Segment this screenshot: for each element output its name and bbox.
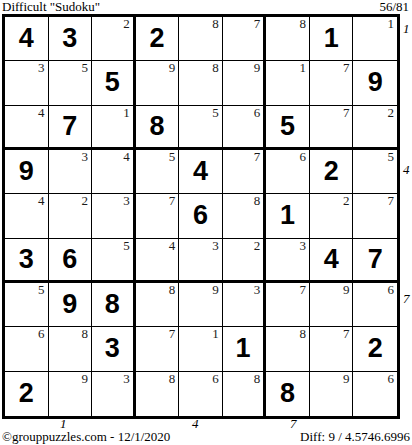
cell-r9c2[interactable]: 9	[49, 372, 93, 416]
cell-r8c3[interactable]: 3	[92, 327, 136, 371]
cell-r2c8[interactable]: 7	[310, 61, 354, 105]
candidate-digit: 8	[212, 61, 219, 75]
candidate-digit: 4	[123, 150, 130, 164]
candidate-digit: 7	[388, 194, 395, 208]
cell-r7c8[interactable]: 9	[310, 283, 354, 327]
cell-r2c1[interactable]: 3	[5, 61, 49, 105]
cell-r3c1[interactable]: 4	[5, 106, 49, 150]
cell-r5c1[interactable]: 4	[5, 194, 49, 238]
cell-r2c9[interactable]: 9	[353, 61, 397, 105]
candidate-digit: 6	[299, 150, 306, 164]
cell-r3c3[interactable]: 1	[92, 106, 136, 150]
cell-r8c5[interactable]: 1	[179, 327, 223, 371]
cell-r5c8[interactable]: 2	[310, 194, 354, 238]
cell-r8c6[interactable]: 1	[223, 327, 267, 371]
candidate-digit: 9	[212, 283, 219, 297]
cell-r6c9[interactable]: 7	[353, 239, 397, 283]
cell-r5c3[interactable]: 3	[92, 194, 136, 238]
candidate-digit: 5	[169, 150, 176, 164]
big-digit: 3	[92, 327, 133, 370]
big-digit: 6	[49, 239, 92, 280]
big-digit: 9	[353, 61, 397, 104]
grid-marker-row-1: 1	[403, 21, 410, 37]
cell-r2c4[interactable]: 9	[136, 61, 180, 105]
cell-r7c1[interactable]: 5	[5, 283, 49, 327]
difficulty-text: Diff: 9 / 4.5746.6996	[300, 429, 410, 445]
candidate-digit: 6	[38, 327, 45, 341]
big-digit: 5	[92, 61, 133, 104]
cell-r6c6[interactable]: 2	[223, 239, 267, 283]
candidate-digit: 8	[169, 283, 176, 297]
cell-r4c2[interactable]: 3	[49, 150, 93, 194]
cell-r1c3[interactable]: 2	[92, 17, 136, 61]
cell-r4c6[interactable]: 7	[223, 150, 267, 194]
cell-r1c9[interactable]: 1	[353, 17, 397, 61]
candidate-digit: 8	[254, 194, 261, 208]
candidate-digit: 2	[123, 17, 130, 31]
candidate-digit: 4	[169, 239, 176, 253]
cell-r8c7[interactable]: 8	[266, 327, 310, 371]
cell-r5c6[interactable]: 8	[223, 194, 267, 238]
candidate-digit: 1	[123, 106, 130, 120]
grid-marker-row-4: 4	[403, 162, 410, 178]
cell-r4c5[interactable]: 4	[179, 150, 223, 194]
cell-r6c8[interactable]: 4	[310, 239, 354, 283]
big-digit: 8	[136, 106, 179, 147]
cell-r8c9[interactable]: 2	[353, 327, 397, 371]
sudoku-board: 4322878113559891794718565729345476254237…	[2, 14, 400, 419]
candidate-digit: 9	[343, 372, 350, 386]
candidate-digit: 1	[299, 61, 306, 75]
grid-marker-col-4: 4	[192, 416, 199, 432]
cell-r5c5[interactable]: 6	[179, 194, 223, 238]
candidate-digit: 3	[38, 61, 45, 75]
cell-r9c9[interactable]: 6	[353, 372, 397, 416]
cell-r3c9[interactable]: 2	[353, 106, 397, 150]
cell-r1c2[interactable]: 3	[49, 17, 93, 61]
candidate-digit: 4	[38, 194, 45, 208]
candidate-digit: 8	[254, 372, 261, 386]
candidate-digit: 5	[82, 61, 89, 75]
big-digit: 7	[353, 239, 397, 280]
candidate-digit: 9	[82, 372, 89, 386]
cell-r9c1[interactable]: 2	[5, 372, 49, 416]
candidate-digit: 6	[212, 372, 219, 386]
candidate-digit: 3	[299, 239, 306, 253]
cell-r9c7[interactable]: 8	[266, 372, 310, 416]
cell-r6c2[interactable]: 6	[49, 239, 93, 283]
cell-r7c2[interactable]: 9	[49, 283, 93, 327]
cell-r9c4[interactable]: 8	[136, 372, 180, 416]
big-digit: 1	[310, 17, 353, 60]
candidate-digit: 8	[82, 327, 89, 341]
big-digit: 4	[179, 150, 222, 193]
cell-r2c7[interactable]: 1	[266, 61, 310, 105]
candidate-digit: 7	[254, 17, 261, 31]
cell-r8c2[interactable]: 8	[49, 327, 93, 371]
candidate-digit: 5	[123, 239, 130, 253]
big-digit: 3	[49, 17, 92, 60]
candidate-digit: 5	[38, 283, 45, 297]
candidate-digit: 8	[212, 17, 219, 31]
big-digit: 6	[179, 194, 222, 237]
candidate-digit: 6	[254, 106, 261, 120]
big-digit: 2	[310, 150, 353, 193]
candidate-digit: 1	[212, 327, 219, 341]
cell-r3c2[interactable]: 7	[49, 106, 93, 150]
cell-r3c7[interactable]: 5	[266, 106, 310, 150]
big-digit: 8	[266, 372, 309, 416]
cell-r8c1[interactable]: 6	[5, 327, 49, 371]
cell-r7c5[interactable]: 9	[179, 283, 223, 327]
candidate-digit: 2	[254, 239, 261, 253]
big-digit: 2	[136, 17, 179, 60]
candidate-digit: 1	[388, 17, 395, 31]
cell-r4c8[interactable]: 2	[310, 150, 354, 194]
candidate-digit: 5	[212, 106, 219, 120]
filled-cells-counter: 56/81	[379, 0, 409, 15]
copyright-text: ©grouppuzzles.com - 12/1/2020	[2, 429, 170, 445]
cell-r7c3[interactable]: 8	[92, 283, 136, 327]
cell-r8c8[interactable]: 7	[310, 327, 354, 371]
candidate-digit: 9	[169, 61, 176, 75]
big-digit: 4	[5, 17, 48, 60]
cell-r3c5[interactable]: 5	[179, 106, 223, 150]
cell-r4c3[interactable]: 4	[92, 150, 136, 194]
big-digit: 3	[5, 239, 48, 280]
candidate-digit: 2	[82, 194, 89, 208]
cell-r4c9[interactable]: 5	[353, 150, 397, 194]
cell-r5c4[interactable]: 7	[136, 194, 180, 238]
big-digit: 9	[49, 283, 92, 326]
big-digit: 7	[49, 106, 92, 147]
cell-r4c4[interactable]: 5	[136, 150, 180, 194]
candidate-digit: 7	[254, 150, 261, 164]
cell-r1c4[interactable]: 2	[136, 17, 180, 61]
cell-r5c7[interactable]: 1	[266, 194, 310, 238]
page-title: Difficult "Sudoku"	[2, 0, 100, 15]
candidate-digit: 2	[388, 106, 395, 120]
candidate-digit: 3	[123, 194, 130, 208]
candidate-digit: 7	[343, 61, 350, 75]
big-digit: 4	[310, 239, 353, 280]
candidate-digit: 4	[38, 106, 45, 120]
cell-r6c5[interactable]: 3	[179, 239, 223, 283]
cell-r2c2[interactable]: 5	[49, 61, 93, 105]
cell-r7c6[interactable]: 3	[223, 283, 267, 327]
cell-r1c5[interactable]: 8	[179, 17, 223, 61]
candidate-digit: 3	[123, 372, 130, 386]
candidate-digit: 5	[388, 150, 395, 164]
candidate-digit: 2	[343, 194, 350, 208]
big-digit: 5	[266, 106, 309, 147]
cell-r4c7[interactable]: 6	[266, 150, 310, 194]
cell-r9c8[interactable]: 9	[310, 372, 354, 416]
cell-r4c1[interactable]: 9	[5, 150, 49, 194]
big-digit: 8	[92, 283, 133, 326]
cell-r2c3[interactable]: 5	[92, 61, 136, 105]
big-digit: 1	[223, 327, 264, 370]
candidate-digit: 7	[169, 327, 176, 341]
cell-r6c7[interactable]: 3	[266, 239, 310, 283]
big-digit: 1	[266, 194, 309, 237]
candidate-digit: 8	[169, 372, 176, 386]
candidate-digit: 7	[343, 106, 350, 120]
candidate-digit: 6	[388, 372, 395, 386]
cell-r6c4[interactable]: 4	[136, 239, 180, 283]
cell-r7c4[interactable]: 8	[136, 283, 180, 327]
cell-r3c6[interactable]: 6	[223, 106, 267, 150]
grid-marker-row-7: 7	[403, 291, 410, 307]
cell-r1c1[interactable]: 4	[5, 17, 49, 61]
cell-r8c4[interactable]: 7	[136, 327, 180, 371]
candidate-digit: 8	[299, 327, 306, 341]
big-digit: 2	[353, 327, 397, 370]
cell-r2c6[interactable]: 9	[223, 61, 267, 105]
cell-r5c2[interactable]: 2	[49, 194, 93, 238]
candidate-digit: 6	[388, 283, 395, 297]
cell-r7c7[interactable]: 7	[266, 283, 310, 327]
cell-r7c9[interactable]: 6	[353, 283, 397, 327]
cell-r9c5[interactable]: 6	[179, 372, 223, 416]
candidate-digit: 9	[254, 61, 261, 75]
big-digit: 2	[5, 372, 48, 416]
candidate-digit: 7	[343, 327, 350, 341]
candidate-digit: 7	[169, 194, 176, 208]
cell-r2c5[interactable]: 8	[179, 61, 223, 105]
candidate-digit: 8	[299, 17, 306, 31]
cell-r3c8[interactable]: 7	[310, 106, 354, 150]
grid-marker-col-7: 7	[290, 416, 297, 432]
cell-r3c4[interactable]: 8	[136, 106, 180, 150]
candidate-digit: 3	[212, 239, 219, 253]
cell-r9c6[interactable]: 8	[223, 372, 267, 416]
candidate-digit: 7	[299, 283, 306, 297]
cell-r5c9[interactable]: 7	[353, 194, 397, 238]
cell-r6c3[interactable]: 5	[92, 239, 136, 283]
cell-r9c3[interactable]: 3	[92, 372, 136, 416]
cell-r1c6[interactable]: 7	[223, 17, 267, 61]
cell-r6c1[interactable]: 3	[5, 239, 49, 283]
cell-r1c7[interactable]: 8	[266, 17, 310, 61]
candidate-digit: 3	[82, 150, 89, 164]
candidate-digit: 3	[254, 283, 261, 297]
candidate-digit: 9	[343, 283, 350, 297]
big-digit: 9	[5, 150, 48, 193]
cell-r1c8[interactable]: 1	[310, 17, 354, 61]
